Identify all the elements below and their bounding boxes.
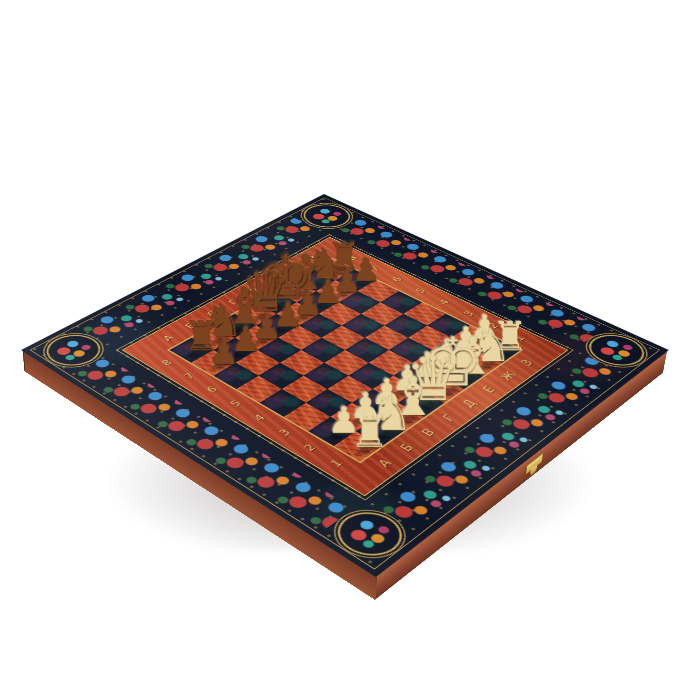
chess-board-top: АБВГДЕЖЗ АБВГДЕЖЗ 87654321 87654321 ♜♞♝♛… [23, 195, 668, 576]
piece-shadow [409, 371, 436, 388]
brass-latch [526, 453, 544, 475]
photo-scene: АБВГДЕЖЗ АБВГДЕЖЗ 87654321 87654321 ♜♞♝♛… [0, 0, 700, 700]
chess-box: АБВГДЕЖЗ АБВГДЕЖЗ 87654321 87654321 ♜♞♝♛… [23, 195, 668, 576]
square-c2: ♟ [352, 389, 398, 417]
product-photo: АБВГДЕЖЗ АБВГДЕЖЗ 87654321 87654321 ♜♞♝♛… [0, 0, 700, 700]
